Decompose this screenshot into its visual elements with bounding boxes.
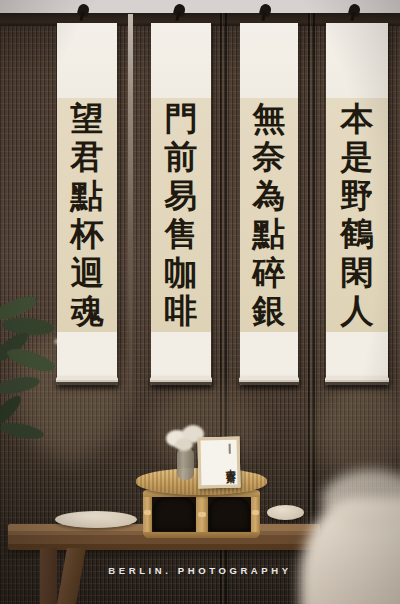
calligraphy-character: 野 <box>326 177 388 215</box>
calligraphy-character: 奈 <box>240 138 298 176</box>
calligraphy-character: 迴 <box>57 254 117 292</box>
calligraphy-character: 君 <box>57 138 117 176</box>
scroll-bottom-rod <box>239 377 299 385</box>
blind-panel-gap <box>128 14 133 434</box>
calligraphy-character: 鶴 <box>326 215 388 253</box>
calligraphy-character: 望 <box>57 100 117 138</box>
cushion-left <box>55 511 137 528</box>
calligraphy-character: 碎 <box>240 254 298 292</box>
table-apron <box>143 490 260 538</box>
scroll-4-paper: 本 是 野 鶴 閑 人 <box>326 98 388 332</box>
scroll-bottom-rod <box>150 377 212 385</box>
glass-vase <box>177 449 194 480</box>
calligraphy-scroll-4: 本 是 野 鶴 閑 人 <box>326 23 388 385</box>
white-flowers <box>175 438 193 451</box>
calligraphy-character: 杯 <box>57 215 117 253</box>
calligraphy-character: 點 <box>240 215 298 253</box>
calligraphy-character: 銀 <box>240 292 298 330</box>
calligraphy-character: 人 <box>326 292 388 330</box>
calligraphy-character: 咖 <box>151 254 211 292</box>
scroll-3-paper: 無 奈 為 點 碎 銀 <box>240 98 298 332</box>
photo-scene: 望 君 點 杯 迴 魂 門 前 易 售 咖 啡 無 奈 為 點 碎 銀 <box>0 0 400 604</box>
scroll-2-paper: 門 前 易 售 咖 啡 <box>151 98 211 332</box>
calligraphy-character: 是 <box>326 138 388 176</box>
scroll-bottom-rod <box>325 377 389 385</box>
bench-leg <box>40 548 57 604</box>
calligraphy-character: 閑 <box>326 254 388 292</box>
calligraphy-character: 魂 <box>57 292 117 330</box>
photo-frame: 古雲齋 <box>197 437 240 489</box>
scroll-1-paper: 望 君 點 杯 迴 魂 <box>57 98 117 332</box>
calligraphy-scroll-1: 望 君 點 杯 迴 魂 <box>57 23 117 385</box>
cushion-right <box>267 505 304 520</box>
scroll-bottom-rod <box>56 377 118 385</box>
calligraphy-character: 為 <box>240 177 298 215</box>
frame-calligraphy-text: 古雲齋 <box>201 445 238 484</box>
calligraphy-scroll-3: 無 奈 為 點 碎 銀 <box>240 23 298 385</box>
calligraphy-character: 本 <box>326 100 388 138</box>
calligraphy-character: 前 <box>151 138 211 176</box>
calligraphy-character: 點 <box>57 177 117 215</box>
photographer-watermark: BERLIN. PHOTOGRAPHY <box>0 565 400 576</box>
calligraphy-character: 易 <box>151 177 211 215</box>
calligraphy-character: 門 <box>151 100 211 138</box>
calligraphy-scroll-2: 門 前 易 售 咖 啡 <box>151 23 211 385</box>
blind-panel-seam <box>308 13 316 604</box>
blind-light-reflection <box>315 380 400 480</box>
calligraphy-character: 售 <box>151 215 211 253</box>
calligraphy-character: 無 <box>240 100 298 138</box>
calligraphy-character: 啡 <box>151 292 211 330</box>
